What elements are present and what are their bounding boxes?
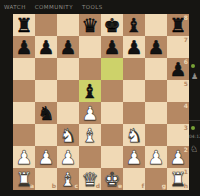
square-h1[interactable]: ♜1h (167, 168, 189, 190)
piece-white-pawn: ♟ (123, 146, 145, 168)
piece-white-rook: ♜ (167, 168, 189, 190)
square-b8[interactable] (35, 14, 57, 36)
coord-file-b: b (52, 183, 56, 189)
coord-file-f: f (141, 183, 144, 189)
square-h6[interactable]: ♟6 (167, 58, 189, 80)
piece-white-pawn: ♟ (145, 146, 167, 168)
piece-white-pawn: ♟ (57, 146, 79, 168)
square-g1[interactable]: g (145, 168, 167, 190)
square-a1[interactable]: ♜a (13, 168, 35, 190)
square-g2[interactable]: ♟ (145, 146, 167, 168)
square-a5[interactable] (13, 80, 35, 102)
square-f3[interactable]: ♞ (123, 124, 145, 146)
piece-black-pawn: ♟ (13, 36, 35, 58)
square-d3[interactable]: ♝ (79, 124, 101, 146)
square-a6[interactable] (13, 58, 35, 80)
square-d7[interactable] (79, 36, 101, 58)
square-h2[interactable]: ♟2 (167, 146, 189, 168)
square-d6[interactable] (79, 58, 101, 80)
square-g8[interactable] (145, 14, 167, 36)
square-a8[interactable]: ♜ (13, 14, 35, 36)
coord-rank-5: 5 (184, 81, 188, 87)
square-c6[interactable] (57, 58, 79, 80)
online-dot-opponent (191, 64, 195, 68)
square-f5[interactable] (123, 80, 145, 102)
square-d1[interactable]: ♛d (79, 168, 101, 190)
square-c5[interactable] (57, 80, 79, 102)
piece-black-pawn: ♟ (123, 36, 145, 58)
piece-white-knight: ♞ (123, 124, 145, 146)
square-e4[interactable] (101, 102, 123, 124)
nav-item-community[interactable]: COMMUNITY (35, 4, 73, 10)
square-a2[interactable]: ♟ (13, 146, 35, 168)
square-c1[interactable]: ♝c (57, 168, 79, 190)
square-e2[interactable] (101, 146, 123, 168)
piece-white-rook: ♜ (13, 168, 35, 190)
piece-white-pawn: ♟ (79, 102, 101, 124)
piece-white-knight: ♞ (57, 124, 79, 146)
square-e5[interactable] (101, 80, 123, 102)
square-d8[interactable]: ♛ (79, 14, 101, 36)
online-dot-player (191, 126, 195, 130)
square-h5[interactable]: 5 (167, 80, 189, 102)
piece-white-queen: ♛ (79, 168, 101, 190)
square-a7[interactable]: ♟ (13, 36, 35, 58)
clock-text: 04:12 (189, 134, 200, 140)
square-d5[interactable]: ♝ (79, 80, 101, 102)
piece-black-queen: ♛ (79, 14, 101, 36)
square-f7[interactable]: ♟ (123, 36, 145, 58)
piece-black-king: ♚ (101, 14, 123, 36)
square-b6[interactable] (35, 58, 57, 80)
piece-black-rook: ♜ (167, 14, 189, 36)
piece-white-pawn: ♟ (167, 146, 189, 168)
piece-white-pawn: ♟ (13, 146, 35, 168)
piece-black-bishop: ♝ (79, 80, 101, 102)
square-g3[interactable] (145, 124, 167, 146)
square-g6[interactable] (145, 58, 167, 80)
square-e1[interactable]: ♚e (101, 168, 123, 190)
piece-black-knight: ♞ (35, 102, 57, 124)
chess-board: ♜♛♚♝♜8♟♟♟♟♟♟7♟6♝5♞♟4♞♝♞3♟♟♟♟♟♟2♜ab♝c♛d♚e… (13, 14, 189, 190)
square-e6[interactable] (101, 58, 123, 80)
square-d4[interactable]: ♟ (79, 102, 101, 124)
square-h7[interactable]: 7 (167, 36, 189, 58)
nav-item-tools[interactable]: TOOLS (82, 4, 103, 10)
square-e3[interactable] (101, 124, 123, 146)
square-g4[interactable] (145, 102, 167, 124)
square-e7[interactable]: ♟ (101, 36, 123, 58)
square-b1[interactable]: b (35, 168, 57, 190)
coord-file-g: g (162, 183, 166, 189)
square-f1[interactable]: f (123, 168, 145, 190)
square-f4[interactable] (123, 102, 145, 124)
square-d2[interactable] (79, 146, 101, 168)
piece-white-bishop: ♝ (57, 168, 79, 190)
square-c7[interactable]: ♟ (57, 36, 79, 58)
square-g5[interactable] (145, 80, 167, 102)
piece-black-rook: ♜ (13, 14, 35, 36)
top-nav: WATCHCOMMUNITYTOOLS (0, 0, 200, 13)
piece-black-pawn: ♟ (57, 36, 79, 58)
square-a3[interactable] (13, 124, 35, 146)
piece-white-pawn: ♟ (35, 146, 57, 168)
square-h8[interactable]: ♜8 (167, 14, 189, 36)
square-c2[interactable]: ♟ (57, 146, 79, 168)
piece-white-bishop: ♝ (79, 124, 101, 146)
square-b5[interactable] (35, 80, 57, 102)
piece-black-pawn: ♟ (145, 36, 167, 58)
square-c8[interactable] (57, 14, 79, 36)
square-h3[interactable]: 3 (167, 124, 189, 146)
square-b3[interactable] (35, 124, 57, 146)
square-c4[interactable] (57, 102, 79, 124)
square-b4[interactable]: ♞ (35, 102, 57, 124)
square-h4[interactable]: 4 (167, 102, 189, 124)
coord-rank-4: 4 (184, 103, 188, 109)
square-f8[interactable]: ♝ (123, 14, 145, 36)
square-b7[interactable]: ♟ (35, 36, 57, 58)
piece-black-pawn: ♟ (35, 36, 57, 58)
square-e8[interactable]: ♚ (101, 14, 123, 36)
piece-white-king: ♚ (101, 168, 123, 190)
square-c3[interactable]: ♞ (57, 124, 79, 146)
coord-rank-7: 7 (184, 37, 188, 43)
square-g7[interactable]: ♟ (145, 36, 167, 58)
right-sidebar: ♟ 04:12 ♘ (189, 13, 200, 196)
piece-black-pawn: ♟ (101, 36, 123, 58)
square-f6[interactable] (123, 58, 145, 80)
user-pawn-icon: ♟ (191, 72, 198, 81)
sidebar-divider (189, 120, 200, 121)
coord-rank-3: 3 (184, 125, 188, 131)
piece-black-pawn: ♟ (167, 58, 189, 80)
square-f2[interactable]: ♟ (123, 146, 145, 168)
piece-black-bishop: ♝ (123, 14, 145, 36)
knight-icon[interactable]: ♘ (190, 144, 198, 154)
square-b2[interactable]: ♟ (35, 146, 57, 168)
square-a4[interactable] (13, 102, 35, 124)
nav-item-watch[interactable]: WATCH (4, 4, 26, 10)
